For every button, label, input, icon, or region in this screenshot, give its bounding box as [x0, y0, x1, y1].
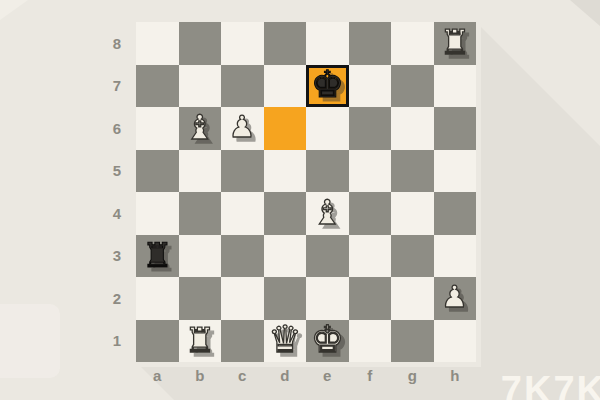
square-c5[interactable]	[221, 150, 264, 193]
piece-white-pawn[interactable]: ♟	[229, 112, 256, 142]
file-label-c: c	[221, 362, 264, 388]
square-e6[interactable]	[306, 107, 349, 150]
square-f1[interactable]	[349, 320, 392, 363]
file-label-a: a	[136, 362, 179, 388]
square-b8[interactable]	[179, 22, 222, 65]
square-d2[interactable]	[264, 277, 307, 320]
rank-label-8: 8	[104, 22, 130, 65]
square-f2[interactable]	[349, 277, 392, 320]
square-e7[interactable]: ♚	[306, 65, 349, 108]
rank-label-6: 6	[104, 107, 130, 150]
square-g5[interactable]	[391, 150, 434, 193]
piece-white-bishop[interactable]: ♝	[185, 110, 215, 144]
file-label-h: h	[434, 362, 477, 388]
background-corner-shade	[568, 0, 600, 28]
square-a8[interactable]	[136, 22, 179, 65]
piece-white-rook[interactable]: ♜	[440, 25, 470, 59]
square-h1[interactable]	[434, 320, 477, 363]
square-h7[interactable]	[434, 65, 477, 108]
square-c4[interactable]	[221, 192, 264, 235]
rank-label-1: 1	[104, 320, 130, 363]
rank-labels: 87654321	[104, 22, 130, 362]
file-label-g: g	[391, 362, 434, 388]
square-d4[interactable]	[264, 192, 307, 235]
square-a4[interactable]	[136, 192, 179, 235]
square-g2[interactable]	[391, 277, 434, 320]
square-c6[interactable]: ♟	[221, 107, 264, 150]
watermark-logo: 7K7K	[501, 369, 600, 400]
square-a7[interactable]	[136, 65, 179, 108]
piece-white-rook[interactable]: ♜	[185, 323, 215, 357]
file-label-e: e	[306, 362, 349, 388]
square-f5[interactable]	[349, 150, 392, 193]
square-h2[interactable]: ♟	[434, 277, 477, 320]
square-f4[interactable]	[349, 192, 392, 235]
square-f3[interactable]	[349, 235, 392, 278]
piece-white-pawn[interactable]: ♟	[441, 282, 468, 312]
square-e5[interactable]	[306, 150, 349, 193]
square-a5[interactable]	[136, 150, 179, 193]
square-b5[interactable]	[179, 150, 222, 193]
square-h4[interactable]	[434, 192, 477, 235]
square-d8[interactable]	[264, 22, 307, 65]
file-labels: abcdefgh	[136, 362, 476, 388]
piece-black-king[interactable]: ♚	[311, 66, 344, 103]
background-rounded-shape	[0, 304, 60, 378]
square-c7[interactable]	[221, 65, 264, 108]
square-d7[interactable]	[264, 65, 307, 108]
square-g7[interactable]	[391, 65, 434, 108]
square-b1[interactable]: ♜	[179, 320, 222, 363]
rank-label-4: 4	[104, 192, 130, 235]
square-a6[interactable]	[136, 107, 179, 150]
square-e3[interactable]	[306, 235, 349, 278]
square-h5[interactable]	[434, 150, 477, 193]
square-d3[interactable]	[264, 235, 307, 278]
rank-label-2: 2	[104, 277, 130, 320]
file-label-f: f	[349, 362, 392, 388]
square-e1[interactable]: ♚	[306, 320, 349, 363]
chess-board: ♜♚♝♟♝♜♟♜♛♚	[136, 22, 476, 362]
square-b6[interactable]: ♝	[179, 107, 222, 150]
piece-white-bishop[interactable]: ♝	[312, 195, 342, 229]
square-d6[interactable]	[264, 107, 307, 150]
square-h8[interactable]: ♜	[434, 22, 477, 65]
square-b3[interactable]	[179, 235, 222, 278]
square-g8[interactable]	[391, 22, 434, 65]
rank-label-3: 3	[104, 235, 130, 278]
square-e8[interactable]	[306, 22, 349, 65]
square-f6[interactable]	[349, 107, 392, 150]
square-b2[interactable]	[179, 277, 222, 320]
background-corner-highlight	[0, 0, 30, 22]
rank-label-7: 7	[104, 65, 130, 108]
square-d1[interactable]: ♛	[264, 320, 307, 363]
file-label-d: d	[264, 362, 307, 388]
square-h3[interactable]	[434, 235, 477, 278]
square-g3[interactable]	[391, 235, 434, 278]
square-a1[interactable]	[136, 320, 179, 363]
square-c2[interactable]	[221, 277, 264, 320]
square-a2[interactable]	[136, 277, 179, 320]
square-g1[interactable]	[391, 320, 434, 363]
square-f8[interactable]	[349, 22, 392, 65]
square-a3[interactable]: ♜	[136, 235, 179, 278]
square-f7[interactable]	[349, 65, 392, 108]
square-g6[interactable]	[391, 107, 434, 150]
square-g4[interactable]	[391, 192, 434, 235]
piece-white-king[interactable]: ♚	[311, 321, 344, 358]
square-b4[interactable]	[179, 192, 222, 235]
square-c1[interactable]	[221, 320, 264, 363]
square-b7[interactable]	[179, 65, 222, 108]
piece-white-queen[interactable]: ♛	[268, 321, 301, 358]
square-e4[interactable]: ♝	[306, 192, 349, 235]
rank-label-5: 5	[104, 150, 130, 193]
square-e2[interactable]	[306, 277, 349, 320]
square-d5[interactable]	[264, 150, 307, 193]
square-c8[interactable]	[221, 22, 264, 65]
piece-black-rook[interactable]: ♜	[142, 238, 172, 272]
file-label-b: b	[179, 362, 222, 388]
square-c3[interactable]	[221, 235, 264, 278]
square-h6[interactable]	[434, 107, 477, 150]
